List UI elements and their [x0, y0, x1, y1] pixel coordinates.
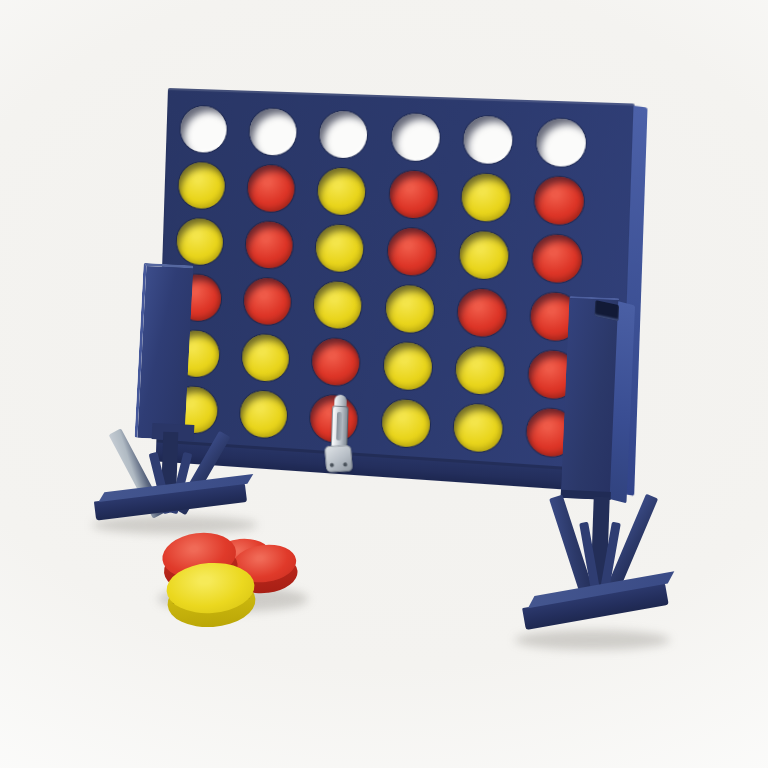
red-disc [312, 337, 361, 386]
yellow-disc [383, 341, 432, 391]
yellow-disc [240, 390, 288, 439]
cell-r3c4 [375, 221, 449, 282]
empty-hole [179, 105, 227, 153]
empty-hole [249, 108, 297, 156]
red-disc [247, 164, 295, 212]
yellow-disc [461, 173, 511, 222]
cell-r5c5 [443, 340, 518, 402]
cell-r5c3 [300, 332, 373, 393]
cell-r1c3 [307, 105, 380, 165]
cell-r3c3 [303, 218, 376, 278]
cell-r3c5 [447, 225, 522, 286]
cell-r5c4 [371, 336, 445, 397]
empty-hole [391, 113, 440, 162]
yellow-disc [317, 167, 366, 216]
cell-r1c4 [378, 107, 452, 167]
cell-r3c2 [233, 215, 305, 275]
cell-r2c2 [235, 159, 307, 218]
cell-r1c2 [237, 102, 309, 161]
cell-r1c1 [168, 100, 239, 159]
cell-r1c6 [524, 112, 600, 173]
cell-r4c2 [231, 271, 303, 331]
cell-r2c4 [376, 164, 450, 224]
yellow-disc [385, 284, 434, 334]
yellow-disc [178, 161, 225, 209]
empty-hole [319, 110, 368, 158]
right-side-panel [561, 296, 620, 500]
loose-disc-yellow-stack [165, 560, 257, 630]
red-disc [534, 176, 585, 226]
yellow-disc [453, 403, 503, 453]
red-disc [387, 227, 436, 276]
yellow-disc [241, 333, 289, 382]
left-side-panel [134, 263, 193, 440]
empty-hole [536, 118, 587, 168]
cell-r1c5 [451, 110, 526, 170]
cell-r3c6 [520, 228, 596, 290]
red-disc [532, 234, 583, 284]
latch [323, 394, 356, 475]
scene [0, 0, 768, 768]
board-grid [159, 100, 600, 464]
cell-r3c1 [164, 212, 235, 271]
latch-plate [324, 445, 353, 472]
cell-r6c4 [369, 393, 443, 455]
empty-hole [463, 115, 513, 164]
yellow-disc [455, 345, 505, 395]
cell-r4c5 [445, 282, 520, 343]
latch-screw-left [330, 463, 334, 467]
cell-r6c5 [441, 397, 516, 459]
cell-r2c3 [305, 162, 378, 222]
yellow-disc [459, 230, 509, 280]
latch-lever [331, 405, 349, 449]
cell-r5c2 [230, 328, 302, 389]
red-disc [243, 277, 291, 326]
cell-r4c4 [373, 279, 447, 340]
red-disc [245, 221, 293, 270]
yellow-disc [314, 281, 363, 330]
cell-r4c3 [302, 275, 375, 336]
cell-r2c6 [522, 170, 598, 231]
loose-discs [153, 523, 323, 618]
yellow-disc [316, 224, 365, 273]
latch-screw-right [343, 462, 347, 466]
cell-r2c1 [166, 156, 237, 215]
red-disc [389, 170, 438, 219]
cell-r2c5 [449, 167, 524, 228]
yellow-disc [381, 398, 430, 448]
red-disc [457, 288, 507, 338]
cell-r6c2 [228, 384, 300, 445]
ground-shadow-right-base [515, 630, 670, 650]
yellow-disc [176, 217, 223, 265]
